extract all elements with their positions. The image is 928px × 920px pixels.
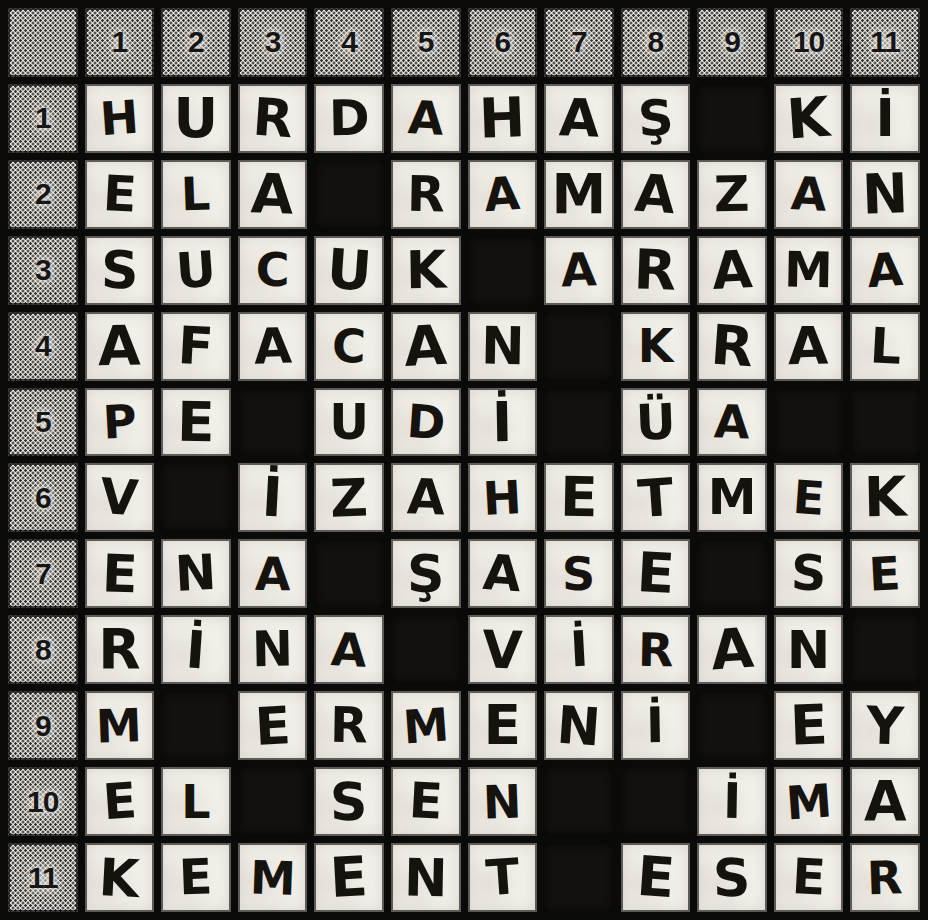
cell-r11c6[interactable]: T — [468, 843, 538, 912]
row-header-4: 4 — [8, 312, 78, 381]
cell-r6c8-text: T — [636, 471, 675, 525]
cell-r3c1[interactable]: S — [85, 236, 155, 305]
row-header-5-text: 5 — [35, 405, 51, 439]
cell-r7c5[interactable]: Ş — [391, 539, 461, 608]
cell-r1c1-text: H — [99, 94, 141, 143]
cell-r11c9[interactable]: S — [697, 843, 767, 912]
cell-r9c1-text: M — [96, 702, 143, 750]
cell-r7c6[interactable]: A — [468, 539, 538, 608]
cell-r2c10[interactable]: A — [774, 160, 844, 229]
col-header-9-text: 9 — [724, 25, 740, 59]
cell-r8c4[interactable]: A — [314, 615, 384, 684]
row-header-7: 7 — [8, 539, 78, 608]
cell-r9c11-text: Y — [865, 699, 904, 752]
row-header-11: 11 — [8, 843, 78, 912]
cell-r5c4[interactable]: U — [314, 388, 384, 457]
cell-r9c6[interactable]: E — [468, 691, 538, 760]
cell-r9c3[interactable]: E — [238, 691, 308, 760]
cell-r9c11[interactable]: Y — [850, 691, 920, 760]
cell-r4c3-text: A — [253, 321, 293, 371]
row-header-10: 10 — [8, 767, 78, 836]
cell-r7c2[interactable]: N — [161, 539, 231, 608]
cell-r8c1-text: R — [98, 622, 140, 677]
cell-r11c11[interactable]: R — [850, 843, 920, 912]
cell-r1c7[interactable]: A — [544, 84, 614, 153]
cell-r7c5-text: Ş — [407, 548, 444, 600]
col-header-4: 4 — [314, 8, 384, 77]
cell-r2c11-text: N — [861, 166, 909, 223]
cell-r4c3[interactable]: A — [238, 312, 308, 381]
cell-r3c2[interactable]: U — [161, 236, 231, 305]
col-header-1-text: 1 — [112, 25, 128, 59]
cell-r7c11-text: E — [868, 550, 902, 598]
cell-r8c2-text: İ — [184, 623, 207, 676]
crossword-board: 12345678910111HURDAHAŞKİ2ELARAMAZAN3SUCU… — [0, 0, 928, 920]
row-header-7-text: 7 — [35, 557, 51, 591]
cell-r1c8[interactable]: Ş — [621, 84, 691, 153]
cell-r3c9-text: A — [711, 243, 754, 297]
cell-r10c6-text: N — [482, 778, 522, 825]
cell-r6c9[interactable]: M — [697, 463, 767, 532]
cell-r1c4-text: D — [328, 94, 370, 144]
cell-r6c9-text: M — [708, 473, 757, 522]
col-header-3-text: 3 — [265, 25, 281, 59]
block-r5c3 — [238, 388, 308, 457]
col-header-8-text: 8 — [648, 25, 664, 59]
block-r5c7 — [544, 388, 614, 457]
cell-r3c11[interactable]: A — [850, 236, 920, 305]
cell-r4c9[interactable]: R — [697, 312, 767, 381]
cell-r9c7-text: N — [555, 698, 602, 753]
cell-r3c7-text: A — [560, 247, 597, 294]
cell-r4c5[interactable]: A — [391, 312, 461, 381]
col-header-9: 9 — [697, 8, 767, 77]
block-r10c3 — [238, 767, 308, 836]
row-header-6: 6 — [8, 463, 78, 532]
cell-r1c2[interactable]: U — [161, 84, 231, 153]
cell-r7c11[interactable]: E — [850, 539, 920, 608]
cell-r10c11[interactable]: A — [850, 767, 920, 836]
cell-r11c5[interactable]: N — [391, 843, 461, 912]
cell-r8c4-text: A — [330, 626, 368, 674]
cell-r6c4[interactable]: Z — [314, 463, 384, 532]
cell-r6c10-text: E — [791, 474, 826, 522]
cell-r3c1-text: S — [100, 244, 138, 297]
col-header-6: 6 — [468, 8, 538, 77]
cell-r5c9[interactable]: A — [697, 388, 767, 457]
cell-r8c9-text: A — [709, 621, 755, 679]
cell-r5c1[interactable]: P — [85, 388, 155, 457]
cell-r10c11-text: A — [864, 774, 907, 829]
cell-r8c8-text: R — [637, 626, 673, 673]
cell-r7c2-text: N — [174, 548, 218, 599]
cell-r2c1-text: E — [101, 169, 137, 220]
cell-r7c7[interactable]: S — [544, 539, 614, 608]
col-header-2-text: 2 — [188, 25, 204, 59]
block-r6c2 — [161, 463, 231, 532]
cell-r4c1[interactable]: A — [85, 312, 155, 381]
block-r4c7 — [544, 312, 614, 381]
row-header-5: 5 — [8, 388, 78, 457]
cell-r8c2[interactable]: İ — [161, 615, 231, 684]
cell-r10c4[interactable]: S — [314, 767, 384, 836]
col-header-6-text: 6 — [494, 25, 510, 59]
cell-r1c11-text: İ — [876, 92, 895, 144]
cell-r2c5-text: R — [406, 169, 445, 219]
cell-r3c9[interactable]: A — [697, 236, 767, 305]
block-r1c9 — [697, 84, 767, 153]
cell-r4c10-text: A — [788, 320, 829, 373]
cell-r11c10-text: E — [791, 852, 827, 903]
cell-r2c11[interactable]: N — [850, 160, 920, 229]
cell-r4c10[interactable]: A — [774, 312, 844, 381]
cell-r3c8-text: R — [633, 242, 677, 298]
cell-r5c5-text: D — [405, 398, 446, 447]
cell-r3c5-text: K — [405, 244, 446, 297]
cell-r8c7[interactable]: İ — [544, 615, 614, 684]
cell-r1c11[interactable]: İ — [850, 84, 920, 153]
cell-r6c7-text: E — [560, 470, 599, 526]
cell-r1c10[interactable]: K — [774, 84, 844, 153]
cell-r8c9[interactable]: A — [697, 615, 767, 684]
cell-r2c2-text: L — [181, 171, 212, 218]
cell-r4c8-text: K — [638, 323, 674, 369]
cell-r5c8-text: Ü — [635, 397, 676, 447]
cell-r11c11-text: R — [867, 854, 904, 901]
block-r8c11 — [850, 615, 920, 684]
cell-r6c3-text: İ — [261, 470, 284, 526]
cell-r9c1[interactable]: M — [85, 691, 155, 760]
cell-r5c2[interactable]: E — [161, 388, 231, 457]
cell-r5c1-text: P — [101, 398, 137, 446]
cell-r1c3-text: R — [251, 91, 295, 146]
cell-r1c10-text: K — [785, 89, 831, 147]
block-r5c11 — [850, 388, 920, 457]
cell-r6c8[interactable]: T — [621, 463, 691, 532]
cell-r6c11[interactable]: K — [850, 463, 920, 532]
cell-r2c5[interactable]: R — [391, 160, 461, 229]
cell-r7c7-text: S — [562, 551, 596, 598]
cell-r3c10-text: M — [784, 245, 834, 295]
cell-r4c8[interactable]: K — [621, 312, 691, 381]
cell-r11c1-text: K — [98, 851, 141, 905]
row-header-3-text: 3 — [35, 253, 51, 287]
cell-r1c2-text: U — [174, 91, 219, 146]
cell-r2c9-text: Z — [714, 169, 750, 219]
cell-r10c1[interactable]: E — [85, 767, 155, 836]
cell-r1c3[interactable]: R — [238, 84, 308, 153]
cell-r11c3-text: M — [249, 854, 296, 902]
cell-r7c10[interactable]: S — [774, 539, 844, 608]
col-header-7-text: 7 — [571, 25, 587, 59]
cell-r10c10[interactable]: M — [774, 767, 844, 836]
cell-r3c2-text: U — [174, 244, 217, 296]
cell-r11c2[interactable]: E — [161, 843, 231, 912]
cell-r1c6-text: H — [478, 90, 526, 147]
cell-r9c4[interactable]: R — [314, 691, 384, 760]
cell-r11c2-text: E — [178, 852, 213, 902]
cell-r5c2-text: E — [177, 394, 216, 450]
cell-r6c7[interactable]: E — [544, 463, 614, 532]
cell-r2c10-text: A — [790, 170, 828, 218]
cell-r8c10[interactable]: N — [774, 615, 844, 684]
cell-r9c4-text: R — [330, 701, 369, 751]
row-header-8-text: 8 — [35, 633, 51, 667]
cell-r1c1[interactable]: H — [85, 84, 155, 153]
cell-r6c1-text: V — [99, 472, 140, 524]
col-header-10-text: 10 — [793, 25, 824, 59]
cell-r8c1[interactable]: R — [85, 615, 155, 684]
block-r11c7 — [544, 843, 614, 912]
cell-r6c10[interactable]: E — [774, 463, 844, 532]
cell-r2c6[interactable]: A — [468, 160, 538, 229]
cell-r4c11[interactable]: L — [850, 312, 920, 381]
cell-r3c10[interactable]: M — [774, 236, 844, 305]
cell-r8c6-text: V — [481, 623, 523, 676]
block-r10c7 — [544, 767, 614, 836]
row-header-9-text: 9 — [35, 709, 51, 743]
row-header-3: 3 — [8, 236, 78, 305]
cell-r3c3-text: C — [256, 247, 290, 293]
cell-r6c5-text: A — [406, 473, 446, 523]
block-r7c4 — [314, 539, 384, 608]
block-r9c2 — [161, 691, 231, 760]
row-header-11-text: 11 — [28, 861, 58, 895]
cell-r6c3[interactable]: İ — [238, 463, 308, 532]
cell-r2c1[interactable]: E — [85, 160, 155, 229]
cell-r11c10[interactable]: E — [774, 843, 844, 912]
cell-r3c4[interactable]: U — [314, 236, 384, 305]
col-header-3: 3 — [238, 8, 308, 77]
cell-r7c3-text: A — [254, 551, 290, 598]
cell-r9c7[interactable]: N — [544, 691, 614, 760]
row-header-4-text: 4 — [35, 329, 51, 363]
cell-r10c1-text: E — [101, 776, 138, 827]
cell-r10c2-text: L — [181, 779, 210, 825]
corner-cell — [8, 8, 78, 77]
cell-r1c8-text: Ş — [637, 93, 675, 144]
cell-r11c4-text: E — [329, 849, 369, 906]
cell-r10c9-text: İ — [722, 777, 741, 826]
cell-r3c3[interactable]: C — [238, 236, 308, 305]
col-header-11-text: 11 — [870, 25, 900, 59]
cell-r4c5-text: A — [403, 318, 448, 375]
cell-r11c3[interactable]: M — [238, 843, 308, 912]
cell-r11c8[interactable]: E — [621, 843, 691, 912]
block-r9c9 — [697, 691, 767, 760]
cell-r7c8[interactable]: E — [621, 539, 691, 608]
cell-r10c6[interactable]: N — [468, 767, 538, 836]
cell-r1c6[interactable]: H — [468, 84, 538, 153]
cell-r8c8[interactable]: R — [621, 615, 691, 684]
block-r3c6 — [468, 236, 538, 305]
cell-r7c1[interactable]: E — [85, 539, 155, 608]
cell-r2c8-text: A — [634, 167, 678, 222]
col-header-5: 5 — [391, 8, 461, 77]
cell-r7c8-text: E — [635, 545, 675, 602]
cell-r4c2-text: F — [177, 319, 215, 373]
cell-r3c7[interactable]: A — [544, 236, 614, 305]
cell-r8c10-text: N — [787, 624, 831, 676]
cell-r4c2[interactable]: F — [161, 312, 231, 381]
cell-r2c7[interactable]: M — [544, 160, 614, 229]
cell-r10c5[interactable]: E — [391, 767, 461, 836]
col-header-5-text: 5 — [418, 25, 434, 59]
cell-r6c5[interactable]: A — [391, 463, 461, 532]
cell-r8c7-text: İ — [568, 625, 589, 675]
block-r8c5 — [391, 615, 461, 684]
cell-r9c6-text: E — [484, 698, 522, 753]
col-header-8: 8 — [621, 8, 691, 77]
row-header-1-text: 1 — [35, 101, 51, 135]
cell-r1c7-text: A — [558, 92, 600, 145]
cell-r5c6[interactable]: İ — [468, 388, 538, 457]
cell-r11c8-text: E — [635, 849, 676, 906]
cell-r9c3-text: E — [253, 699, 291, 753]
row-header-6-text: 6 — [35, 481, 51, 515]
cell-r3c4-text: U — [325, 241, 373, 299]
cell-r11c5-text: N — [403, 851, 447, 904]
cell-r11c9-text: S — [713, 851, 751, 904]
cell-r1c5[interactable]: A — [391, 84, 461, 153]
cell-r6c4-text: Z — [329, 471, 369, 524]
cell-r3c11-text: A — [866, 246, 905, 294]
col-header-4-text: 4 — [341, 25, 357, 59]
cell-r3c8[interactable]: R — [621, 236, 691, 305]
row-header-9: 9 — [8, 691, 78, 760]
col-header-11: 11 — [850, 8, 920, 77]
cell-r1c5-text: A — [407, 94, 445, 142]
cell-r9c10-text: E — [789, 698, 828, 754]
cell-r9c8[interactable]: İ — [621, 691, 691, 760]
cell-r10c5-text: E — [408, 776, 444, 827]
cell-r9c5[interactable]: M — [391, 691, 461, 760]
cell-r3c5[interactable]: K — [391, 236, 461, 305]
block-r2c4 — [314, 160, 384, 229]
cell-r10c4-text: S — [330, 775, 368, 828]
cell-r2c3[interactable]: A — [238, 160, 308, 229]
block-r10c8 — [621, 767, 691, 836]
cell-r7c3[interactable]: A — [238, 539, 308, 608]
cell-r2c8[interactable]: A — [621, 160, 691, 229]
cell-r6c1[interactable]: V — [85, 463, 155, 532]
block-r5c10 — [774, 388, 844, 457]
cell-r10c2[interactable]: L — [161, 767, 231, 836]
cell-r5c6-text: İ — [492, 394, 513, 449]
row-header-2-text: 2 — [35, 177, 51, 211]
cell-r9c5-text: M — [401, 701, 450, 750]
cell-r11c6-text: T — [484, 852, 521, 903]
row-header-2: 2 — [8, 160, 78, 229]
cell-r10c9[interactable]: İ — [697, 767, 767, 836]
cell-r8c3[interactable]: N — [238, 615, 308, 684]
cell-r2c2[interactable]: L — [161, 160, 231, 229]
col-header-10: 10 — [774, 8, 844, 77]
cell-r6c6-text: H — [482, 474, 523, 522]
row-header-8: 8 — [8, 615, 78, 684]
row-header-1: 1 — [8, 84, 78, 153]
cell-r5c4-text: U — [329, 398, 369, 447]
cell-r2c3-text: A — [250, 166, 294, 222]
cell-r4c4-text: C — [331, 323, 366, 370]
block-r7c9 — [697, 539, 767, 608]
cell-r9c10[interactable]: E — [774, 691, 844, 760]
cell-r2c9[interactable]: Z — [697, 160, 767, 229]
cell-r2c6-text: A — [483, 170, 522, 218]
cell-r2c7-text: M — [552, 167, 607, 222]
cell-r6c11-text: K — [863, 470, 907, 526]
cell-r4c11-text: L — [868, 321, 902, 372]
cell-r7c6-text: A — [482, 548, 523, 600]
cell-r6c6[interactable]: H — [468, 463, 538, 532]
cell-r10c10-text: M — [784, 777, 833, 826]
cell-r7c10-text: S — [790, 549, 827, 599]
cell-r5c9-text: A — [713, 398, 750, 445]
cell-r4c1-text: A — [98, 318, 142, 374]
cell-r8c3-text: N — [252, 625, 294, 675]
cell-r5c5[interactable]: D — [391, 388, 461, 457]
col-header-2: 2 — [161, 8, 231, 77]
cell-r9c8-text: İ — [646, 701, 665, 750]
cell-r11c1[interactable]: K — [85, 843, 155, 912]
cell-r11c4[interactable]: E — [314, 843, 384, 912]
cell-r8c6[interactable]: V — [468, 615, 538, 684]
col-header-1: 1 — [85, 8, 155, 77]
cell-r7c1-text: E — [101, 547, 138, 600]
cell-r4c9-text: R — [709, 317, 755, 375]
cell-r1c4[interactable]: D — [314, 84, 384, 153]
cell-r4c6-text: N — [480, 320, 524, 373]
col-header-7: 7 — [544, 8, 614, 77]
cell-r4c6[interactable]: N — [468, 312, 538, 381]
cell-r5c8[interactable]: Ü — [621, 388, 691, 457]
cell-r4c4[interactable]: C — [314, 312, 384, 381]
row-header-10-text: 10 — [27, 785, 58, 819]
